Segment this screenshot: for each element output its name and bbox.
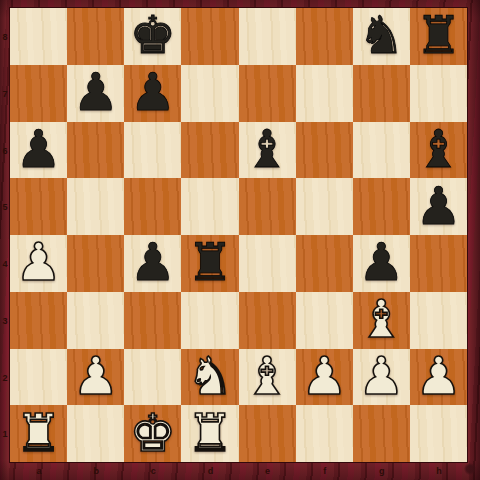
square-a1[interactable]: ♜	[10, 405, 67, 462]
rank-label-3: 3	[0, 316, 10, 326]
square-f6[interactable]	[296, 122, 353, 179]
square-g1[interactable]	[353, 405, 410, 462]
square-e8[interactable]	[239, 8, 296, 65]
square-e2[interactable]: ♝	[239, 349, 296, 406]
rank-label-7: 7	[0, 89, 10, 99]
rank-label-1: 1	[0, 429, 10, 439]
file-label-d: d	[181, 466, 239, 476]
black-pawn-c4[interactable]: ♟	[130, 236, 177, 288]
black-pawn-c7[interactable]: ♟	[130, 66, 177, 118]
file-label-f: f	[296, 466, 354, 476]
square-c3[interactable]	[124, 292, 181, 349]
square-h6[interactable]: ♝	[410, 122, 467, 179]
square-d1[interactable]: ♜	[181, 405, 238, 462]
square-c4[interactable]: ♟	[124, 235, 181, 292]
black-pawn-b7[interactable]: ♟	[72, 66, 119, 118]
square-b2[interactable]: ♟	[67, 349, 124, 406]
square-b7[interactable]: ♟	[67, 65, 124, 122]
rank-label-2: 2	[0, 373, 10, 383]
square-c1[interactable]: ♚	[124, 405, 181, 462]
square-d4[interactable]: ♜	[181, 235, 238, 292]
square-g4[interactable]: ♟	[353, 235, 410, 292]
white-pawn-h2[interactable]: ♟	[415, 350, 462, 402]
square-a3[interactable]	[10, 292, 67, 349]
square-f4[interactable]	[296, 235, 353, 292]
black-bishop-e6[interactable]: ♝	[244, 123, 291, 175]
file-label-c: c	[124, 466, 182, 476]
white-pawn-g2[interactable]: ♟	[358, 350, 405, 402]
square-c7[interactable]: ♟	[124, 65, 181, 122]
square-h5[interactable]: ♟	[410, 178, 467, 235]
file-label-a: a	[10, 466, 68, 476]
square-d6[interactable]	[181, 122, 238, 179]
square-d3[interactable]	[181, 292, 238, 349]
chess-diagram: ♚♞♜♟♟♟♝♝♟♟♟♜♟♝♟♞♝♟♟♟♜♚♜ 87654321abcdefgh	[0, 0, 480, 480]
square-h4[interactable]	[410, 235, 467, 292]
square-g8[interactable]: ♞	[353, 8, 410, 65]
square-c8[interactable]: ♚	[124, 8, 181, 65]
chess-board: ♚♞♜♟♟♟♝♝♟♟♟♜♟♝♟♞♝♟♟♟♜♚♜	[10, 8, 467, 462]
rank-label-5: 5	[0, 202, 10, 212]
rank-label-6: 6	[0, 146, 10, 156]
square-b3[interactable]	[67, 292, 124, 349]
white-knight-d2[interactable]: ♞	[187, 350, 234, 402]
square-f8[interactable]	[296, 8, 353, 65]
square-h8[interactable]: ♜	[410, 8, 467, 65]
white-rook-a1[interactable]: ♜	[15, 407, 62, 459]
square-g2[interactable]: ♟	[353, 349, 410, 406]
square-d5[interactable]	[181, 178, 238, 235]
square-h1[interactable]	[410, 405, 467, 462]
square-a2[interactable]	[10, 349, 67, 406]
white-rook-d1[interactable]: ♜	[187, 407, 234, 459]
square-b5[interactable]	[67, 178, 124, 235]
square-c2[interactable]	[124, 349, 181, 406]
square-a8[interactable]	[10, 8, 67, 65]
black-pawn-h5[interactable]: ♟	[415, 180, 462, 232]
square-f7[interactable]	[296, 65, 353, 122]
white-king-c1[interactable]: ♚	[130, 407, 177, 459]
black-knight-g8[interactable]: ♞	[358, 9, 405, 61]
square-h2[interactable]: ♟	[410, 349, 467, 406]
black-bishop-h6[interactable]: ♝	[415, 123, 462, 175]
square-a7[interactable]	[10, 65, 67, 122]
square-d2[interactable]: ♞	[181, 349, 238, 406]
rank-label-8: 8	[0, 32, 10, 42]
white-bishop-e2[interactable]: ♝	[244, 350, 291, 402]
square-f5[interactable]	[296, 178, 353, 235]
square-g7[interactable]	[353, 65, 410, 122]
square-a4[interactable]: ♟	[10, 235, 67, 292]
black-king-c8[interactable]: ♚	[130, 9, 177, 61]
square-f1[interactable]	[296, 405, 353, 462]
square-b8[interactable]	[67, 8, 124, 65]
square-h3[interactable]	[410, 292, 467, 349]
black-rook-d4[interactable]: ♜	[187, 236, 234, 288]
square-f2[interactable]: ♟	[296, 349, 353, 406]
black-pawn-g4[interactable]: ♟	[358, 236, 405, 288]
square-e1[interactable]	[239, 405, 296, 462]
square-h7[interactable]	[410, 65, 467, 122]
square-b4[interactable]	[67, 235, 124, 292]
square-d7[interactable]	[181, 65, 238, 122]
square-b1[interactable]	[67, 405, 124, 462]
file-label-e: e	[239, 466, 297, 476]
square-e5[interactable]	[239, 178, 296, 235]
file-label-h: h	[410, 466, 468, 476]
white-bishop-g3[interactable]: ♝	[358, 293, 405, 345]
square-a6[interactable]: ♟	[10, 122, 67, 179]
square-g6[interactable]	[353, 122, 410, 179]
square-c5[interactable]	[124, 178, 181, 235]
rank-label-4: 4	[0, 259, 10, 269]
square-g5[interactable]	[353, 178, 410, 235]
square-a5[interactable]	[10, 178, 67, 235]
file-label-b: b	[67, 466, 125, 476]
square-e4[interactable]	[239, 235, 296, 292]
square-e6[interactable]: ♝	[239, 122, 296, 179]
square-g3[interactable]: ♝	[353, 292, 410, 349]
black-pawn-a6[interactable]: ♟	[15, 123, 62, 175]
square-c6[interactable]	[124, 122, 181, 179]
white-pawn-f2[interactable]: ♟	[301, 350, 348, 402]
black-rook-h8[interactable]: ♜	[415, 9, 462, 61]
square-b6[interactable]	[67, 122, 124, 179]
square-d8[interactable]	[181, 8, 238, 65]
white-pawn-b2[interactable]: ♟	[72, 350, 119, 402]
square-f3[interactable]	[296, 292, 353, 349]
square-e3[interactable]	[239, 292, 296, 349]
square-e7[interactable]	[239, 65, 296, 122]
file-label-g: g	[353, 466, 411, 476]
white-pawn-a4[interactable]: ♟	[15, 236, 62, 288]
